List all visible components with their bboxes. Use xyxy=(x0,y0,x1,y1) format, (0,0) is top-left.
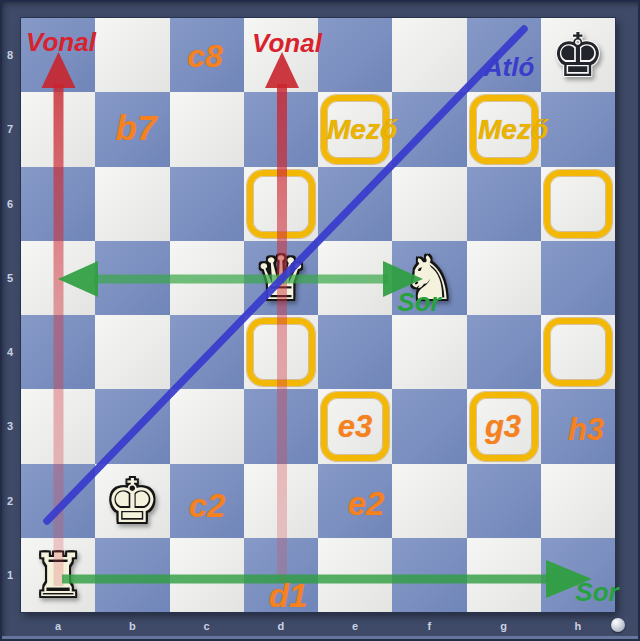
black-king[interactable]: ♚ xyxy=(541,18,615,92)
square-a5[interactable] xyxy=(21,241,95,315)
rank-label-7: 7 xyxy=(7,123,13,135)
highlight-ring-h4 xyxy=(544,318,612,386)
label-sor-5: Sor xyxy=(397,287,440,318)
square-a6[interactable] xyxy=(21,167,95,241)
label-b7: b7 xyxy=(116,108,157,148)
label-g3: g3 xyxy=(485,409,521,445)
square-h6[interactable] xyxy=(541,167,615,241)
rank-label-1: 1 xyxy=(7,569,13,581)
label-c2: c2 xyxy=(189,487,226,525)
square-f2[interactable] xyxy=(392,464,466,538)
chess-board: ♚♛♞♚♜ xyxy=(21,18,615,612)
square-h7[interactable] xyxy=(541,92,615,166)
square-b5[interactable] xyxy=(95,241,169,315)
highlight-ring-d4 xyxy=(247,318,315,386)
square-g6[interactable] xyxy=(467,167,541,241)
square-c6[interactable] xyxy=(170,167,244,241)
square-a7[interactable] xyxy=(21,92,95,166)
rank-label-2: 2 xyxy=(7,495,13,507)
square-b6[interactable] xyxy=(95,167,169,241)
square-f1[interactable] xyxy=(392,538,466,612)
file-label-d: d xyxy=(278,620,285,632)
square-e5[interactable] xyxy=(318,241,392,315)
label-atlo: Átló xyxy=(484,52,535,83)
file-label-c: c xyxy=(204,620,210,632)
rank-label-6: 6 xyxy=(7,198,13,210)
chess-board-frame: ♚♛♞♚♜ abcdefgh12345678 VonalVonalc8b7Átl… xyxy=(0,0,640,641)
square-f3[interactable] xyxy=(392,389,466,463)
rank-label-5: 5 xyxy=(7,272,13,284)
file-label-f: f xyxy=(428,620,432,632)
label-d1: d1 xyxy=(269,577,308,615)
white-king[interactable]: ♚ xyxy=(95,464,169,538)
square-a2[interactable] xyxy=(21,464,95,538)
square-c5[interactable] xyxy=(170,241,244,315)
square-d2[interactable] xyxy=(244,464,318,538)
file-label-h: h xyxy=(575,620,582,632)
file-label-e: e xyxy=(352,620,358,632)
label-vonal-a: Vonal xyxy=(26,27,96,58)
highlight-ring-h6 xyxy=(544,170,612,238)
label-e3: e3 xyxy=(338,409,372,445)
highlight-ring-d6 xyxy=(247,170,315,238)
square-g5[interactable] xyxy=(467,241,541,315)
square-b1[interactable] xyxy=(95,538,169,612)
label-c8: c8 xyxy=(187,38,223,75)
square-d4[interactable] xyxy=(244,315,318,389)
square-g4[interactable] xyxy=(467,315,541,389)
square-a1[interactable]: ♜ xyxy=(21,538,95,612)
square-f6[interactable] xyxy=(392,167,466,241)
square-d7[interactable] xyxy=(244,92,318,166)
rank-label-3: 3 xyxy=(7,420,13,432)
white-rook[interactable]: ♜ xyxy=(21,538,95,612)
square-c7[interactable] xyxy=(170,92,244,166)
label-mezo-e7: Mező xyxy=(327,114,397,146)
square-a4[interactable] xyxy=(21,315,95,389)
label-mezo-g7: Mező xyxy=(478,114,548,146)
rank-label-8: 8 xyxy=(7,49,13,61)
square-c4[interactable] xyxy=(170,315,244,389)
file-label-a: a xyxy=(55,620,61,632)
square-g1[interactable] xyxy=(467,538,541,612)
file-label-b: b xyxy=(129,620,136,632)
corner-knob xyxy=(611,618,625,632)
square-d3[interactable] xyxy=(244,389,318,463)
square-d5[interactable]: ♛ xyxy=(244,241,318,315)
square-f4[interactable] xyxy=(392,315,466,389)
square-c3[interactable] xyxy=(170,389,244,463)
label-vonal-d: Vonal xyxy=(252,28,322,59)
square-e8[interactable] xyxy=(318,18,392,92)
square-h8[interactable]: ♚ xyxy=(541,18,615,92)
square-a3[interactable] xyxy=(21,389,95,463)
square-e1[interactable] xyxy=(318,538,392,612)
square-f8[interactable] xyxy=(392,18,466,92)
square-f7[interactable] xyxy=(392,92,466,166)
square-h2[interactable] xyxy=(541,464,615,538)
square-e4[interactable] xyxy=(318,315,392,389)
square-b3[interactable] xyxy=(95,389,169,463)
white-queen[interactable]: ♛ xyxy=(244,241,318,315)
square-h4[interactable] xyxy=(541,315,615,389)
label-h3: h3 xyxy=(568,412,604,448)
square-b4[interactable] xyxy=(95,315,169,389)
label-sor-1: Sor xyxy=(575,577,618,608)
square-b2[interactable]: ♚ xyxy=(95,464,169,538)
square-g2[interactable] xyxy=(467,464,541,538)
label-e2: e2 xyxy=(348,485,385,523)
square-d6[interactable] xyxy=(244,167,318,241)
square-c1[interactable] xyxy=(170,538,244,612)
square-b8[interactable] xyxy=(95,18,169,92)
square-h5[interactable] xyxy=(541,241,615,315)
square-e6[interactable] xyxy=(318,167,392,241)
file-label-g: g xyxy=(500,620,507,632)
rank-label-4: 4 xyxy=(7,346,13,358)
